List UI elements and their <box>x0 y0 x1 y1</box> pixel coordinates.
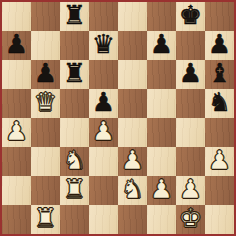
square-e4[interactable] <box>118 118 147 147</box>
piece-black-pawn: ♟ <box>150 31 173 59</box>
square-f8[interactable] <box>147 2 176 31</box>
square-a3[interactable] <box>2 147 31 176</box>
square-a5[interactable] <box>2 89 31 118</box>
piece-black-rook: ♜ <box>63 2 86 30</box>
square-f4[interactable] <box>147 118 176 147</box>
piece-black-knight: ♞ <box>208 89 231 117</box>
square-c3[interactable]: ♞ <box>60 147 89 176</box>
piece-white-pawn: ♟ <box>208 147 231 175</box>
square-f1[interactable] <box>147 205 176 234</box>
piece-white-king: ♚ <box>179 205 202 233</box>
piece-black-rook: ♜ <box>63 60 86 88</box>
square-c5[interactable] <box>60 89 89 118</box>
square-h8[interactable] <box>205 2 234 31</box>
piece-white-pawn: ♟ <box>92 118 115 146</box>
piece-black-pawn: ♟ <box>5 31 28 59</box>
square-c6[interactable]: ♜ <box>60 60 89 89</box>
piece-black-pawn: ♟ <box>92 89 115 117</box>
square-b7[interactable] <box>31 31 60 60</box>
piece-white-knight: ♞ <box>63 147 86 175</box>
square-g2[interactable]: ♟ <box>176 176 205 205</box>
square-h3[interactable]: ♟ <box>205 147 234 176</box>
square-d4[interactable]: ♟ <box>89 118 118 147</box>
square-g5[interactable] <box>176 89 205 118</box>
square-e6[interactable] <box>118 60 147 89</box>
piece-black-king: ♚ <box>179 2 202 30</box>
square-c8[interactable]: ♜ <box>60 2 89 31</box>
piece-white-pawn: ♟ <box>179 176 202 204</box>
square-b8[interactable] <box>31 2 60 31</box>
square-b3[interactable] <box>31 147 60 176</box>
square-e1[interactable] <box>118 205 147 234</box>
square-a6[interactable] <box>2 60 31 89</box>
square-e5[interactable] <box>118 89 147 118</box>
square-g4[interactable] <box>176 118 205 147</box>
square-h4[interactable] <box>205 118 234 147</box>
piece-white-pawn: ♟ <box>150 176 173 204</box>
piece-white-pawn: ♟ <box>5 118 28 146</box>
square-f7[interactable]: ♟ <box>147 31 176 60</box>
piece-white-rook: ♜ <box>63 176 86 204</box>
square-f2[interactable]: ♟ <box>147 176 176 205</box>
square-h2[interactable] <box>205 176 234 205</box>
square-d7[interactable]: ♛ <box>89 31 118 60</box>
square-e7[interactable] <box>118 31 147 60</box>
square-b2[interactable] <box>31 176 60 205</box>
square-b5[interactable]: ♛ <box>31 89 60 118</box>
piece-black-pawn: ♟ <box>179 60 202 88</box>
square-e8[interactable] <box>118 2 147 31</box>
square-g6[interactable]: ♟ <box>176 60 205 89</box>
square-d5[interactable]: ♟ <box>89 89 118 118</box>
square-d1[interactable] <box>89 205 118 234</box>
square-g7[interactable] <box>176 31 205 60</box>
piece-black-pawn: ♟ <box>208 31 231 59</box>
square-d3[interactable] <box>89 147 118 176</box>
piece-white-queen: ♛ <box>34 89 57 117</box>
square-a2[interactable] <box>2 176 31 205</box>
square-a1[interactable] <box>2 205 31 234</box>
square-h6[interactable]: ♝ <box>205 60 234 89</box>
square-d8[interactable] <box>89 2 118 31</box>
square-b1[interactable]: ♜ <box>31 205 60 234</box>
square-b6[interactable]: ♟ <box>31 60 60 89</box>
piece-white-rook: ♜ <box>34 205 57 233</box>
piece-white-pawn: ♟ <box>121 147 144 175</box>
piece-white-knight: ♞ <box>121 176 144 204</box>
square-a4[interactable]: ♟ <box>2 118 31 147</box>
square-a7[interactable]: ♟ <box>2 31 31 60</box>
square-d6[interactable] <box>89 60 118 89</box>
square-c1[interactable] <box>60 205 89 234</box>
square-b4[interactable] <box>31 118 60 147</box>
square-c4[interactable] <box>60 118 89 147</box>
square-h1[interactable] <box>205 205 234 234</box>
square-c7[interactable] <box>60 31 89 60</box>
square-f3[interactable] <box>147 147 176 176</box>
chess-board: ♜♚♟♛♟♟♟♜♟♝♛♟♞♟♟♞♟♟♜♞♟♟♜♚ <box>2 2 234 234</box>
chess-board-frame: ♜♚♟♛♟♟♟♜♟♝♛♟♞♟♟♞♟♟♜♞♟♟♜♚ <box>0 0 236 236</box>
square-a8[interactable] <box>2 2 31 31</box>
square-e3[interactable]: ♟ <box>118 147 147 176</box>
square-g8[interactable]: ♚ <box>176 2 205 31</box>
square-f6[interactable] <box>147 60 176 89</box>
square-g1[interactable]: ♚ <box>176 205 205 234</box>
piece-black-bishop: ♝ <box>208 60 231 88</box>
square-e2[interactable]: ♞ <box>118 176 147 205</box>
square-d2[interactable] <box>89 176 118 205</box>
square-c2[interactable]: ♜ <box>60 176 89 205</box>
piece-black-queen: ♛ <box>92 31 115 59</box>
piece-black-pawn: ♟ <box>34 60 57 88</box>
square-f5[interactable] <box>147 89 176 118</box>
square-h5[interactable]: ♞ <box>205 89 234 118</box>
square-h7[interactable]: ♟ <box>205 31 234 60</box>
square-g3[interactable] <box>176 147 205 176</box>
